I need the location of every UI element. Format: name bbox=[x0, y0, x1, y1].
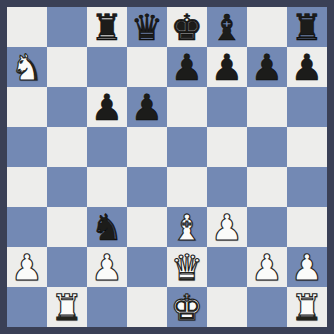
square-b3[interactable] bbox=[47, 207, 87, 247]
square-d8[interactable]: ♛ bbox=[127, 7, 167, 47]
square-h5[interactable] bbox=[287, 127, 327, 167]
square-e4[interactable] bbox=[167, 167, 207, 207]
square-d2[interactable] bbox=[127, 247, 167, 287]
piece-black-bishop[interactable]: ♝ bbox=[207, 7, 247, 47]
square-f8[interactable]: ♝ bbox=[207, 7, 247, 47]
square-d3[interactable] bbox=[127, 207, 167, 247]
piece-white-rook[interactable]: ♜ bbox=[287, 287, 327, 327]
square-g6[interactable] bbox=[247, 87, 287, 127]
square-f4[interactable] bbox=[207, 167, 247, 207]
square-g7[interactable]: ♟ bbox=[247, 47, 287, 87]
square-g2[interactable]: ♟ bbox=[247, 247, 287, 287]
square-d4[interactable] bbox=[127, 167, 167, 207]
piece-white-pawn[interactable]: ♟ bbox=[247, 247, 287, 287]
square-c5[interactable] bbox=[87, 127, 127, 167]
square-h8[interactable]: ♜ bbox=[287, 7, 327, 47]
square-a5[interactable] bbox=[7, 127, 47, 167]
square-f6[interactable] bbox=[207, 87, 247, 127]
piece-white-pawn[interactable]: ♟ bbox=[87, 247, 127, 287]
square-c6[interactable]: ♟ bbox=[87, 87, 127, 127]
piece-black-pawn[interactable]: ♟ bbox=[127, 87, 167, 127]
square-e6[interactable] bbox=[167, 87, 207, 127]
square-f3[interactable]: ♟ bbox=[207, 207, 247, 247]
square-h1[interactable]: ♜ bbox=[287, 287, 327, 327]
piece-black-pawn[interactable]: ♟ bbox=[287, 47, 327, 87]
piece-black-queen[interactable]: ♛ bbox=[127, 7, 167, 47]
square-c4[interactable] bbox=[87, 167, 127, 207]
square-h2[interactable]: ♟ bbox=[287, 247, 327, 287]
piece-white-queen[interactable]: ♛ bbox=[167, 247, 207, 287]
square-f2[interactable] bbox=[207, 247, 247, 287]
piece-white-king[interactable]: ♚ bbox=[167, 287, 207, 327]
square-f1[interactable] bbox=[207, 287, 247, 327]
piece-black-rook[interactable]: ♜ bbox=[287, 7, 327, 47]
square-a8[interactable] bbox=[7, 7, 47, 47]
square-d5[interactable] bbox=[127, 127, 167, 167]
piece-white-bishop[interactable]: ♝ bbox=[167, 207, 207, 247]
square-e8[interactable]: ♚ bbox=[167, 7, 207, 47]
square-a3[interactable] bbox=[7, 207, 47, 247]
piece-black-pawn[interactable]: ♟ bbox=[207, 47, 247, 87]
square-g8[interactable] bbox=[247, 7, 287, 47]
square-b4[interactable] bbox=[47, 167, 87, 207]
square-d6[interactable]: ♟ bbox=[127, 87, 167, 127]
square-c1[interactable] bbox=[87, 287, 127, 327]
board-frame: ♜♛♚♝♜♞♟♟♟♟♟♟♞♝♟♟♟♛♟♟♜♚♜ bbox=[0, 0, 334, 334]
square-g1[interactable] bbox=[247, 287, 287, 327]
square-h7[interactable]: ♟ bbox=[287, 47, 327, 87]
square-c2[interactable]: ♟ bbox=[87, 247, 127, 287]
square-a7[interactable]: ♞ bbox=[7, 47, 47, 87]
square-b1[interactable]: ♜ bbox=[47, 287, 87, 327]
square-f7[interactable]: ♟ bbox=[207, 47, 247, 87]
square-g5[interactable] bbox=[247, 127, 287, 167]
piece-black-king[interactable]: ♚ bbox=[167, 7, 207, 47]
piece-black-rook[interactable]: ♜ bbox=[87, 7, 127, 47]
square-b6[interactable] bbox=[47, 87, 87, 127]
piece-white-knight[interactable]: ♞ bbox=[7, 47, 47, 87]
piece-black-knight[interactable]: ♞ bbox=[87, 207, 127, 247]
square-e5[interactable] bbox=[167, 127, 207, 167]
square-g3[interactable] bbox=[247, 207, 287, 247]
square-e3[interactable]: ♝ bbox=[167, 207, 207, 247]
piece-black-pawn[interactable]: ♟ bbox=[87, 87, 127, 127]
square-d1[interactable] bbox=[127, 287, 167, 327]
square-f5[interactable] bbox=[207, 127, 247, 167]
square-e2[interactable]: ♛ bbox=[167, 247, 207, 287]
square-h6[interactable] bbox=[287, 87, 327, 127]
square-a4[interactable] bbox=[7, 167, 47, 207]
square-c8[interactable]: ♜ bbox=[87, 7, 127, 47]
square-h3[interactable] bbox=[287, 207, 327, 247]
square-a2[interactable]: ♟ bbox=[7, 247, 47, 287]
piece-white-pawn[interactable]: ♟ bbox=[287, 247, 327, 287]
square-e1[interactable]: ♚ bbox=[167, 287, 207, 327]
square-b5[interactable] bbox=[47, 127, 87, 167]
square-h4[interactable] bbox=[287, 167, 327, 207]
square-b2[interactable] bbox=[47, 247, 87, 287]
piece-white-rook[interactable]: ♜ bbox=[47, 287, 87, 327]
square-a6[interactable] bbox=[7, 87, 47, 127]
square-g4[interactable] bbox=[247, 167, 287, 207]
square-b7[interactable] bbox=[47, 47, 87, 87]
square-c3[interactable]: ♞ bbox=[87, 207, 127, 247]
chess-app: ♜♛♚♝♜♞♟♟♟♟♟♟♞♝♟♟♟♛♟♟♜♚♜ bbox=[0, 0, 334, 334]
piece-black-pawn[interactable]: ♟ bbox=[247, 47, 287, 87]
square-c7[interactable] bbox=[87, 47, 127, 87]
piece-black-pawn[interactable]: ♟ bbox=[167, 47, 207, 87]
square-e7[interactable]: ♟ bbox=[167, 47, 207, 87]
square-d7[interactable] bbox=[127, 47, 167, 87]
piece-white-pawn[interactable]: ♟ bbox=[207, 207, 247, 247]
square-a1[interactable] bbox=[7, 287, 47, 327]
chess-board: ♜♛♚♝♜♞♟♟♟♟♟♟♞♝♟♟♟♛♟♟♜♚♜ bbox=[7, 7, 327, 327]
square-b8[interactable] bbox=[47, 7, 87, 47]
piece-white-pawn[interactable]: ♟ bbox=[7, 247, 47, 287]
